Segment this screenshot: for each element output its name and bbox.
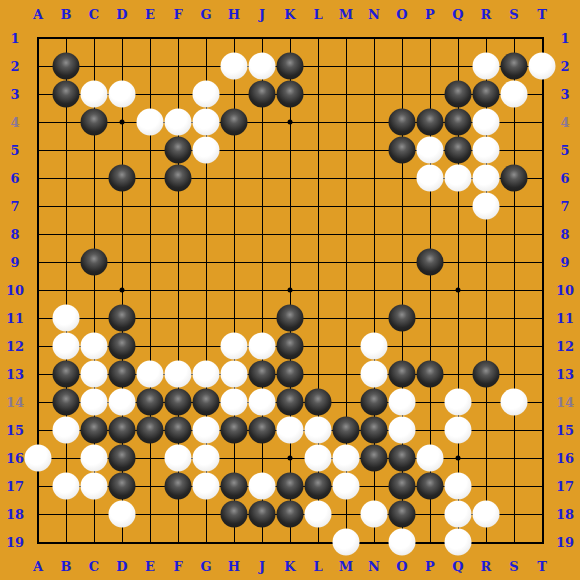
column-bottom-label-P: P <box>425 560 435 573</box>
black-stone-J3 <box>249 81 276 108</box>
column-top-label-H: H <box>228 8 240 21</box>
column-top-label-M: M <box>339 8 353 21</box>
black-stone-J15 <box>249 417 276 444</box>
white-stone-S14 <box>501 389 528 416</box>
black-stone-H4 <box>221 109 248 136</box>
white-stone-J12 <box>249 333 276 360</box>
white-stone-O14 <box>389 389 416 416</box>
white-stone-C13 <box>81 361 108 388</box>
white-stone-L16 <box>305 445 332 472</box>
column-bottom-label-B: B <box>61 560 72 573</box>
black-stone-F14 <box>165 389 192 416</box>
row-left-label-6: 6 <box>10 172 19 185</box>
row-right-label-16: 16 <box>556 452 574 465</box>
white-stone-J17 <box>249 473 276 500</box>
black-stone-E15 <box>137 417 164 444</box>
black-stone-N14 <box>361 389 388 416</box>
row-left-label-10: 10 <box>6 284 24 297</box>
black-stone-K17 <box>277 473 304 500</box>
black-stone-C15 <box>81 417 108 444</box>
white-stone-C12 <box>81 333 108 360</box>
column-bottom-label-F: F <box>173 560 182 573</box>
white-stone-D3 <box>109 81 136 108</box>
column-bottom-label-K: K <box>284 560 295 573</box>
white-stone-H13 <box>221 361 248 388</box>
white-stone-N12 <box>361 333 388 360</box>
black-stone-Q4 <box>445 109 472 136</box>
white-stone-Q15 <box>445 417 472 444</box>
column-top-label-G: G <box>200 8 211 21</box>
row-right-label-15: 15 <box>556 424 574 437</box>
row-left-label-11: 11 <box>6 312 24 325</box>
black-stone-R13 <box>473 361 500 388</box>
column-bottom-label-H: H <box>228 560 240 573</box>
white-stone-P5 <box>417 137 444 164</box>
black-stone-H18 <box>221 501 248 528</box>
white-stone-E4 <box>137 109 164 136</box>
black-stone-O4 <box>389 109 416 136</box>
row-left-label-19: 19 <box>6 536 24 549</box>
white-stone-C14 <box>81 389 108 416</box>
black-stone-O16 <box>389 445 416 472</box>
row-left-label-12: 12 <box>6 340 24 353</box>
black-stone-L17 <box>305 473 332 500</box>
column-bottom-label-R: R <box>481 560 492 573</box>
row-right-label-3: 3 <box>560 88 569 101</box>
column-bottom-label-L: L <box>313 560 322 573</box>
go-board[interactable]: AABBCCDDEEFFGGHHJJKKLLMMNNOOPPQQRRSSTT11… <box>0 0 580 580</box>
row-left-label-3: 3 <box>10 88 19 101</box>
white-stone-R5 <box>473 137 500 164</box>
column-bottom-label-M: M <box>339 560 353 573</box>
black-stone-D13 <box>109 361 136 388</box>
black-stone-B13 <box>53 361 80 388</box>
column-bottom-label-N: N <box>368 560 380 573</box>
black-stone-K3 <box>277 81 304 108</box>
row-left-label-4: 4 <box>10 116 19 129</box>
white-stone-G3 <box>193 81 220 108</box>
black-stone-B3 <box>53 81 80 108</box>
row-left-label-17: 17 <box>6 480 24 493</box>
white-stone-B17 <box>53 473 80 500</box>
star-point-D10 <box>120 288 125 293</box>
white-stone-H12 <box>221 333 248 360</box>
black-stone-P9 <box>417 249 444 276</box>
white-stone-F4 <box>165 109 192 136</box>
column-bottom-label-C: C <box>89 560 99 573</box>
row-left-label-2: 2 <box>10 60 19 73</box>
white-stone-G15 <box>193 417 220 444</box>
row-left-label-14: 14 <box>6 396 24 409</box>
white-stone-F16 <box>165 445 192 472</box>
star-point-Q10 <box>456 288 461 293</box>
row-left-label-8: 8 <box>10 228 19 241</box>
row-right-label-18: 18 <box>556 508 574 521</box>
black-stone-R3 <box>473 81 500 108</box>
black-stone-K14 <box>277 389 304 416</box>
black-stone-S6 <box>501 165 528 192</box>
column-bottom-label-T: T <box>537 560 547 573</box>
black-stone-P13 <box>417 361 444 388</box>
row-left-label-7: 7 <box>10 200 19 213</box>
white-stone-C17 <box>81 473 108 500</box>
white-stone-C3 <box>81 81 108 108</box>
column-bottom-label-A: A <box>33 560 43 573</box>
black-stone-G14 <box>193 389 220 416</box>
black-stone-D6 <box>109 165 136 192</box>
black-stone-O13 <box>389 361 416 388</box>
column-top-label-N: N <box>368 8 380 21</box>
column-bottom-label-O: O <box>396 560 407 573</box>
column-top-label-S: S <box>509 8 518 21</box>
white-stone-L15 <box>305 417 332 444</box>
column-bottom-label-Q: Q <box>452 560 463 573</box>
white-stone-T2 <box>529 53 556 80</box>
black-stone-C9 <box>81 249 108 276</box>
black-stone-F6 <box>165 165 192 192</box>
white-stone-O19 <box>389 529 416 556</box>
white-stone-G5 <box>193 137 220 164</box>
black-stone-O18 <box>389 501 416 528</box>
star-point-K10 <box>288 288 293 293</box>
black-stone-K11 <box>277 305 304 332</box>
row-left-label-18: 18 <box>6 508 24 521</box>
white-stone-O15 <box>389 417 416 444</box>
black-stone-K18 <box>277 501 304 528</box>
white-stone-D18 <box>109 501 136 528</box>
white-stone-K15 <box>277 417 304 444</box>
row-right-label-4: 4 <box>560 116 569 129</box>
white-stone-B15 <box>53 417 80 444</box>
black-stone-L14 <box>305 389 332 416</box>
white-stone-S3 <box>501 81 528 108</box>
black-stone-F15 <box>165 417 192 444</box>
column-bottom-label-E: E <box>145 560 155 573</box>
white-stone-R2 <box>473 53 500 80</box>
white-stone-G4 <box>193 109 220 136</box>
column-bottom-label-D: D <box>116 560 127 573</box>
black-stone-K2 <box>277 53 304 80</box>
column-top-label-L: L <box>313 8 322 21</box>
black-stone-K12 <box>277 333 304 360</box>
column-top-label-A: A <box>33 8 43 21</box>
black-stone-P4 <box>417 109 444 136</box>
black-stone-E14 <box>137 389 164 416</box>
black-stone-Q5 <box>445 137 472 164</box>
white-stone-H14 <box>221 389 248 416</box>
white-stone-C16 <box>81 445 108 472</box>
white-stone-B12 <box>53 333 80 360</box>
row-left-label-13: 13 <box>6 368 24 381</box>
white-stone-G13 <box>193 361 220 388</box>
white-stone-L18 <box>305 501 332 528</box>
white-stone-R18 <box>473 501 500 528</box>
column-top-label-D: D <box>116 8 127 21</box>
column-top-label-T: T <box>537 8 547 21</box>
black-stone-K13 <box>277 361 304 388</box>
black-stone-B14 <box>53 389 80 416</box>
black-stone-O5 <box>389 137 416 164</box>
row-right-label-6: 6 <box>560 172 569 185</box>
black-stone-H17 <box>221 473 248 500</box>
white-stone-E13 <box>137 361 164 388</box>
white-stone-M19 <box>333 529 360 556</box>
row-right-label-11: 11 <box>556 312 574 325</box>
white-stone-P16 <box>417 445 444 472</box>
black-stone-J13 <box>249 361 276 388</box>
row-left-label-5: 5 <box>10 144 19 157</box>
white-stone-N13 <box>361 361 388 388</box>
white-stone-F13 <box>165 361 192 388</box>
white-stone-D14 <box>109 389 136 416</box>
row-right-label-2: 2 <box>560 60 569 73</box>
white-stone-Q14 <box>445 389 472 416</box>
row-right-label-19: 19 <box>556 536 574 549</box>
column-top-label-E: E <box>145 8 155 21</box>
black-stone-F5 <box>165 137 192 164</box>
white-stone-B11 <box>53 305 80 332</box>
star-point-Q16 <box>456 456 461 461</box>
white-stone-G16 <box>193 445 220 472</box>
white-stone-R6 <box>473 165 500 192</box>
row-left-label-16: 16 <box>6 452 24 465</box>
column-top-label-P: P <box>425 8 435 21</box>
row-right-label-7: 7 <box>560 200 569 213</box>
white-stone-G17 <box>193 473 220 500</box>
white-stone-Q18 <box>445 501 472 528</box>
row-left-label-9: 9 <box>10 256 19 269</box>
white-stone-R4 <box>473 109 500 136</box>
row-right-label-17: 17 <box>556 480 574 493</box>
row-right-label-14: 14 <box>556 396 574 409</box>
white-stone-P6 <box>417 165 444 192</box>
column-top-label-C: C <box>89 8 99 21</box>
star-point-K4 <box>288 120 293 125</box>
column-top-label-O: O <box>396 8 407 21</box>
column-top-label-R: R <box>481 8 492 21</box>
black-stone-M15 <box>333 417 360 444</box>
column-bottom-label-G: G <box>200 560 211 573</box>
white-stone-H2 <box>221 53 248 80</box>
column-top-label-Q: Q <box>452 8 463 21</box>
row-right-label-5: 5 <box>560 144 569 157</box>
row-right-label-13: 13 <box>556 368 574 381</box>
white-stone-J14 <box>249 389 276 416</box>
white-stone-A16 <box>25 445 52 472</box>
white-stone-N18 <box>361 501 388 528</box>
black-stone-D11 <box>109 305 136 332</box>
row-left-label-15: 15 <box>6 424 24 437</box>
column-bottom-label-S: S <box>509 560 518 573</box>
black-stone-D17 <box>109 473 136 500</box>
black-stone-O11 <box>389 305 416 332</box>
black-stone-D12 <box>109 333 136 360</box>
black-stone-D15 <box>109 417 136 444</box>
column-top-label-F: F <box>173 8 182 21</box>
white-stone-J2 <box>249 53 276 80</box>
black-stone-S2 <box>501 53 528 80</box>
black-stone-F17 <box>165 473 192 500</box>
star-point-K16 <box>288 456 293 461</box>
black-stone-Q3 <box>445 81 472 108</box>
row-right-label-1: 1 <box>560 32 569 45</box>
white-stone-Q17 <box>445 473 472 500</box>
white-stone-Q19 <box>445 529 472 556</box>
white-stone-R7 <box>473 193 500 220</box>
white-stone-M17 <box>333 473 360 500</box>
row-right-label-8: 8 <box>560 228 569 241</box>
row-right-label-12: 12 <box>556 340 574 353</box>
black-stone-N15 <box>361 417 388 444</box>
black-stone-J18 <box>249 501 276 528</box>
black-stone-P17 <box>417 473 444 500</box>
black-stone-C4 <box>81 109 108 136</box>
column-top-label-J: J <box>259 8 265 21</box>
black-stone-N16 <box>361 445 388 472</box>
row-right-label-10: 10 <box>556 284 574 297</box>
star-point-D4 <box>120 120 125 125</box>
column-top-label-B: B <box>61 8 72 21</box>
white-stone-M16 <box>333 445 360 472</box>
row-right-label-9: 9 <box>560 256 569 269</box>
black-stone-B2 <box>53 53 80 80</box>
column-top-label-K: K <box>284 8 295 21</box>
row-left-label-1: 1 <box>10 32 19 45</box>
black-stone-D16 <box>109 445 136 472</box>
column-bottom-label-J: J <box>259 560 265 573</box>
black-stone-O17 <box>389 473 416 500</box>
black-stone-H15 <box>221 417 248 444</box>
white-stone-Q6 <box>445 165 472 192</box>
